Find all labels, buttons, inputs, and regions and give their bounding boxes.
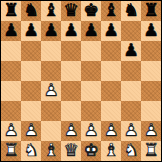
square-a5[interactable] (1, 61, 21, 81)
piece-outline-glyph: ♙ (61, 121, 81, 141)
chess-board-frame: ♜♞♝♛♚♝♞♜♟♟♟♟♟♟♟♟♟♙♟♙♟♙♟♙♟♙♟♙♟♙♟♙♜♖♞♘♝♗♛♕… (0, 0, 162, 162)
piece-outline-glyph: ♙ (21, 121, 41, 141)
square-g6[interactable]: ♟ (121, 41, 141, 61)
white-pawn[interactable]: ♟♙ (21, 121, 41, 141)
black-pawn[interactable]: ♟ (21, 21, 41, 41)
square-a6[interactable] (1, 41, 21, 61)
square-f7[interactable]: ♟ (101, 21, 121, 41)
piece-outline-glyph: ♖ (1, 141, 21, 161)
black-pawn[interactable]: ♟ (41, 21, 61, 41)
square-h5[interactable] (141, 61, 161, 81)
square-a3[interactable] (1, 101, 21, 121)
white-knight[interactable]: ♞♘ (121, 141, 141, 161)
piece-glyph: ♚ (81, 1, 101, 21)
black-rook[interactable]: ♜ (1, 1, 21, 21)
piece-outline-glyph: ♗ (101, 141, 121, 161)
piece-outline-glyph: ♙ (41, 81, 61, 101)
piece-outline-glyph: ♙ (101, 121, 121, 141)
piece-outline-glyph: ♕ (61, 141, 81, 161)
square-f3[interactable] (101, 101, 121, 121)
white-pawn[interactable]: ♟♙ (121, 121, 141, 141)
white-pawn[interactable]: ♟♙ (1, 121, 21, 141)
square-a8[interactable]: ♜ (1, 1, 21, 21)
white-king[interactable]: ♚♔ (81, 141, 101, 161)
square-h8[interactable]: ♜ (141, 1, 161, 21)
square-g5[interactable] (121, 61, 141, 81)
white-queen[interactable]: ♛♕ (61, 141, 81, 161)
piece-glyph: ♟ (81, 21, 101, 41)
piece-glyph: ♟ (61, 21, 81, 41)
piece-glyph: ♞ (121, 1, 141, 21)
white-pawn[interactable]: ♟♙ (41, 81, 61, 101)
white-pawn[interactable]: ♟♙ (141, 121, 161, 141)
square-e3[interactable] (81, 101, 101, 121)
white-pawn[interactable]: ♟♙ (61, 121, 81, 141)
square-d6[interactable] (61, 41, 81, 61)
square-c2[interactable] (41, 121, 61, 141)
square-e6[interactable] (81, 41, 101, 61)
square-f1[interactable]: ♝♗ (101, 141, 121, 161)
black-king[interactable]: ♚ (81, 1, 101, 21)
square-d8[interactable]: ♛ (61, 1, 81, 21)
piece-glyph: ♟ (1, 21, 21, 41)
piece-outline-glyph: ♙ (121, 121, 141, 141)
black-pawn[interactable]: ♟ (81, 21, 101, 41)
square-h3[interactable] (141, 101, 161, 121)
square-c6[interactable] (41, 41, 61, 61)
black-bishop[interactable]: ♝ (101, 1, 121, 21)
square-b5[interactable] (21, 61, 41, 81)
chess-board: ♜♞♝♛♚♝♞♜♟♟♟♟♟♟♟♟♟♙♟♙♟♙♟♙♟♙♟♙♟♙♟♙♜♖♞♘♝♗♛♕… (1, 1, 161, 161)
square-f8[interactable]: ♝ (101, 1, 121, 21)
white-rook[interactable]: ♜♖ (1, 141, 21, 161)
square-e2[interactable]: ♟♙ (81, 121, 101, 141)
square-b8[interactable]: ♞ (21, 1, 41, 21)
square-c1[interactable]: ♝♗ (41, 141, 61, 161)
square-c7[interactable]: ♟ (41, 21, 61, 41)
square-d5[interactable] (61, 61, 81, 81)
square-g2[interactable]: ♟♙ (121, 121, 141, 141)
piece-outline-glyph: ♙ (141, 121, 161, 141)
black-knight[interactable]: ♞ (121, 1, 141, 21)
square-d4[interactable] (61, 81, 81, 101)
square-g4[interactable] (121, 81, 141, 101)
square-a7[interactable]: ♟ (1, 21, 21, 41)
black-pawn[interactable]: ♟ (1, 21, 21, 41)
white-rook[interactable]: ♜♖ (141, 141, 161, 161)
piece-outline-glyph: ♔ (81, 141, 101, 161)
square-e4[interactable] (81, 81, 101, 101)
white-bishop[interactable]: ♝♗ (101, 141, 121, 161)
square-e8[interactable]: ♚ (81, 1, 101, 21)
square-g3[interactable] (121, 101, 141, 121)
square-h4[interactable] (141, 81, 161, 101)
square-f4[interactable] (101, 81, 121, 101)
white-pawn[interactable]: ♟♙ (101, 121, 121, 141)
square-b3[interactable] (21, 101, 41, 121)
square-b4[interactable] (21, 81, 41, 101)
square-a4[interactable] (1, 81, 21, 101)
piece-glyph: ♟ (141, 21, 161, 41)
square-e5[interactable] (81, 61, 101, 81)
square-c5[interactable] (41, 61, 61, 81)
black-pawn[interactable]: ♟ (61, 21, 81, 41)
piece-outline-glyph: ♙ (81, 121, 101, 141)
square-c3[interactable] (41, 101, 61, 121)
square-c4[interactable]: ♟♙ (41, 81, 61, 101)
square-f2[interactable]: ♟♙ (101, 121, 121, 141)
square-d7[interactable]: ♟ (61, 21, 81, 41)
square-e7[interactable]: ♟ (81, 21, 101, 41)
piece-glyph: ♝ (101, 1, 121, 21)
black-pawn[interactable]: ♟ (101, 21, 121, 41)
piece-glyph: ♞ (21, 1, 41, 21)
square-g7[interactable] (121, 21, 141, 41)
square-b6[interactable] (21, 41, 41, 61)
piece-outline-glyph: ♖ (141, 141, 161, 161)
piece-glyph: ♟ (101, 21, 121, 41)
black-pawn[interactable]: ♟ (121, 41, 141, 61)
square-c8[interactable]: ♝ (41, 1, 61, 21)
square-d3[interactable] (61, 101, 81, 121)
black-queen[interactable]: ♛ (61, 1, 81, 21)
piece-glyph: ♛ (61, 1, 81, 21)
square-h7[interactable]: ♟ (141, 21, 161, 41)
piece-glyph: ♟ (41, 21, 61, 41)
square-b7[interactable]: ♟ (21, 21, 41, 41)
piece-outline-glyph: ♘ (21, 141, 41, 161)
piece-glyph: ♟ (121, 41, 141, 61)
black-pawn[interactable]: ♟ (141, 21, 161, 41)
piece-glyph: ♜ (141, 1, 161, 21)
piece-glyph: ♝ (41, 1, 61, 21)
square-g1[interactable]: ♞♘ (121, 141, 141, 161)
square-d2[interactable]: ♟♙ (61, 121, 81, 141)
piece-outline-glyph: ♘ (121, 141, 141, 161)
square-f5[interactable] (101, 61, 121, 81)
white-knight[interactable]: ♞♘ (21, 141, 41, 161)
square-b1[interactable]: ♞♘ (21, 141, 41, 161)
square-e1[interactable]: ♚♔ (81, 141, 101, 161)
piece-glyph: ♜ (1, 1, 21, 21)
square-h6[interactable] (141, 41, 161, 61)
square-g8[interactable]: ♞ (121, 1, 141, 21)
white-pawn[interactable]: ♟♙ (81, 121, 101, 141)
white-bishop[interactable]: ♝♗ (41, 141, 61, 161)
piece-glyph: ♟ (21, 21, 41, 41)
square-d1[interactable]: ♛♕ (61, 141, 81, 161)
square-f6[interactable] (101, 41, 121, 61)
square-b2[interactable]: ♟♙ (21, 121, 41, 141)
square-a1[interactable]: ♜♖ (1, 141, 21, 161)
square-a2[interactable]: ♟♙ (1, 121, 21, 141)
square-h1[interactable]: ♜♖ (141, 141, 161, 161)
black-rook[interactable]: ♜ (141, 1, 161, 21)
black-knight[interactable]: ♞ (21, 1, 41, 21)
piece-outline-glyph: ♗ (41, 141, 61, 161)
piece-outline-glyph: ♙ (1, 121, 21, 141)
black-bishop[interactable]: ♝ (41, 1, 61, 21)
square-h2[interactable]: ♟♙ (141, 121, 161, 141)
